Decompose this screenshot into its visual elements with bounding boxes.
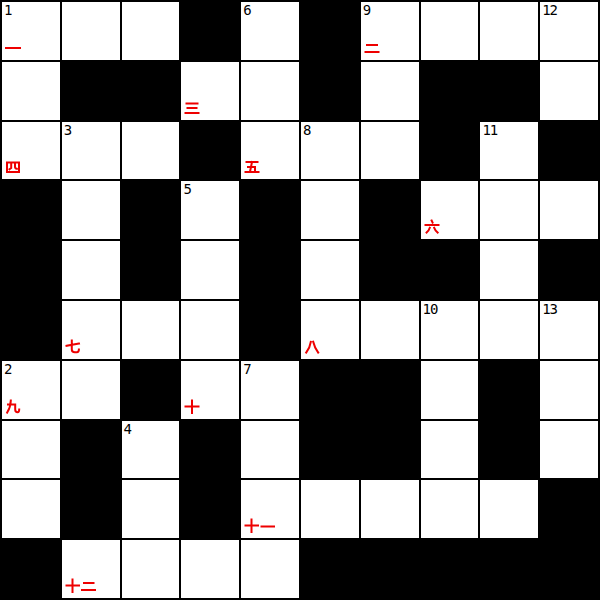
- clue-number: 2: [4, 361, 11, 377]
- cell-r5c3[interactable]: [180, 300, 240, 360]
- crossword-board: 16912381151013274: [0, 0, 600, 600]
- cell-r3c5[interactable]: [300, 180, 360, 240]
- cell-r6c5-block: [300, 360, 360, 420]
- cell-r7c9[interactable]: [539, 420, 599, 480]
- cell-r8c5[interactable]: [300, 479, 360, 539]
- cell-r8c8[interactable]: [479, 479, 539, 539]
- cell-r7c8-block: [479, 420, 539, 480]
- cell-r6c7[interactable]: [420, 360, 480, 420]
- cell-r5c2[interactable]: [121, 300, 181, 360]
- cell-r6c9[interactable]: [539, 360, 599, 420]
- cell-r3c1[interactable]: [61, 180, 121, 240]
- across-label-六: [424, 219, 440, 235]
- clue-number: 5: [183, 181, 190, 197]
- cell-r6c8-block: [479, 360, 539, 420]
- cell-r2c6[interactable]: [360, 121, 420, 181]
- cell-r0c9[interactable]: 12: [539, 1, 599, 61]
- cell-r1c3[interactable]: [180, 61, 240, 121]
- cell-r0c4[interactable]: 6: [240, 1, 300, 61]
- cell-r5c9[interactable]: 13: [539, 300, 599, 360]
- cell-r3c2-block: [121, 180, 181, 240]
- cell-r9c2[interactable]: [121, 539, 181, 599]
- cell-r9c3[interactable]: [180, 539, 240, 599]
- across-label-十二: [65, 578, 96, 594]
- cell-r1c6[interactable]: [360, 61, 420, 121]
- cell-r7c1-block: [61, 420, 121, 480]
- across-label-七: [65, 339, 81, 355]
- cell-r1c5-block: [300, 61, 360, 121]
- cell-r4c4-block: [240, 240, 300, 300]
- cell-r2c5[interactable]: 8: [300, 121, 360, 181]
- cell-r4c6-block: [360, 240, 420, 300]
- cell-r1c8-block: [479, 61, 539, 121]
- cell-r7c4[interactable]: [240, 420, 300, 480]
- cell-r4c1[interactable]: [61, 240, 121, 300]
- clue-number: 7: [243, 361, 250, 377]
- cell-r6c1[interactable]: [61, 360, 121, 420]
- cell-r0c6[interactable]: 9: [360, 1, 420, 61]
- cell-r0c2[interactable]: [121, 1, 181, 61]
- cell-r3c8[interactable]: [479, 180, 539, 240]
- cell-r0c1[interactable]: [61, 1, 121, 61]
- cell-r4c3[interactable]: [180, 240, 240, 300]
- cell-r2c9-block: [539, 121, 599, 181]
- cell-r4c2-block: [121, 240, 181, 300]
- clue-number: 13: [542, 301, 557, 317]
- clue-number: 9: [363, 2, 370, 18]
- cell-r4c0-block: [1, 240, 61, 300]
- clue-number: 6: [243, 2, 250, 18]
- cell-r6c6-block: [360, 360, 420, 420]
- cell-r5c4-block: [240, 300, 300, 360]
- cell-r1c2-block: [121, 61, 181, 121]
- cell-r2c4[interactable]: [240, 121, 300, 181]
- cell-r9c6-block: [360, 539, 420, 599]
- cell-r4c7-block: [420, 240, 480, 300]
- across-label-九: [5, 399, 21, 415]
- cell-r3c7[interactable]: [420, 180, 480, 240]
- cell-r1c9[interactable]: [539, 61, 599, 121]
- clue-number: 11: [482, 122, 497, 138]
- cell-r9c7-block: [420, 539, 480, 599]
- cell-r8c1-block: [61, 479, 121, 539]
- cell-r7c5-block: [300, 420, 360, 480]
- clue-number: 4: [124, 421, 131, 437]
- cell-r8c7[interactable]: [420, 479, 480, 539]
- cell-r8c2[interactable]: [121, 479, 181, 539]
- clue-number: 1: [4, 2, 11, 18]
- cell-r4c8[interactable]: [479, 240, 539, 300]
- cell-r3c4-block: [240, 180, 300, 240]
- across-label-五: [244, 159, 260, 175]
- cell-r8c3-block: [180, 479, 240, 539]
- across-label-三: [184, 100, 200, 116]
- cell-r8c9-block: [539, 479, 599, 539]
- across-label-八: [304, 339, 320, 355]
- cell-r3c6-block: [360, 180, 420, 240]
- cell-r1c0[interactable]: [1, 61, 61, 121]
- cell-r9c0-block: [1, 539, 61, 599]
- across-label-一: [5, 40, 21, 56]
- across-label-二: [364, 40, 380, 56]
- cell-r8c6[interactable]: [360, 479, 420, 539]
- cell-r2c8[interactable]: 11: [479, 121, 539, 181]
- cell-r0c5-block: [300, 1, 360, 61]
- cell-r8c4[interactable]: [240, 479, 300, 539]
- clue-number: 12: [542, 2, 557, 18]
- cell-r7c6-block: [360, 420, 420, 480]
- cell-r5c5[interactable]: [300, 300, 360, 360]
- cell-r1c4[interactable]: [240, 61, 300, 121]
- cell-r5c6[interactable]: [360, 300, 420, 360]
- cell-r2c2[interactable]: [121, 121, 181, 181]
- cell-r7c3-block: [180, 420, 240, 480]
- cell-r0c7[interactable]: [420, 1, 480, 61]
- cell-r6c3[interactable]: [180, 360, 240, 420]
- cell-r4c5[interactable]: [300, 240, 360, 300]
- across-label-十一: [244, 518, 275, 534]
- cell-r0c3-block: [180, 1, 240, 61]
- cell-r5c7[interactable]: 10: [420, 300, 480, 360]
- cell-r9c5-block: [300, 539, 360, 599]
- cell-r8c0[interactable]: [1, 479, 61, 539]
- cell-r2c7-block: [420, 121, 480, 181]
- cell-r2c3-block: [180, 121, 240, 181]
- cell-r9c9-block: [539, 539, 599, 599]
- cell-r2c1[interactable]: 3: [61, 121, 121, 181]
- cell-r1c1-block: [61, 61, 121, 121]
- across-label-四: [5, 159, 21, 175]
- clue-number: 3: [64, 122, 71, 138]
- cell-r5c1[interactable]: [61, 300, 121, 360]
- cell-r3c0-block: [1, 180, 61, 240]
- cell-r7c7[interactable]: [420, 420, 480, 480]
- cell-r6c4[interactable]: 7: [240, 360, 300, 420]
- cell-r4c9-block: [539, 240, 599, 300]
- across-label-十: [184, 399, 200, 415]
- cell-r2c0[interactable]: [1, 121, 61, 181]
- cell-r7c2[interactable]: 4: [121, 420, 181, 480]
- cell-r7c0[interactable]: [1, 420, 61, 480]
- cell-r5c8[interactable]: [479, 300, 539, 360]
- cell-r5c0-block: [1, 300, 61, 360]
- cell-r3c9[interactable]: [539, 180, 599, 240]
- cell-r6c0[interactable]: 2: [1, 360, 61, 420]
- cell-r9c8-block: [479, 539, 539, 599]
- cell-r9c4[interactable]: [240, 539, 300, 599]
- cell-r3c3[interactable]: 5: [180, 180, 240, 240]
- cell-r0c0[interactable]: 1: [1, 1, 61, 61]
- cell-r9c1[interactable]: [61, 539, 121, 599]
- clue-number: 8: [303, 122, 310, 138]
- cell-r1c7-block: [420, 61, 480, 121]
- cell-r6c2-block: [121, 360, 181, 420]
- clue-number: 10: [423, 301, 438, 317]
- cell-r0c8[interactable]: [479, 1, 539, 61]
